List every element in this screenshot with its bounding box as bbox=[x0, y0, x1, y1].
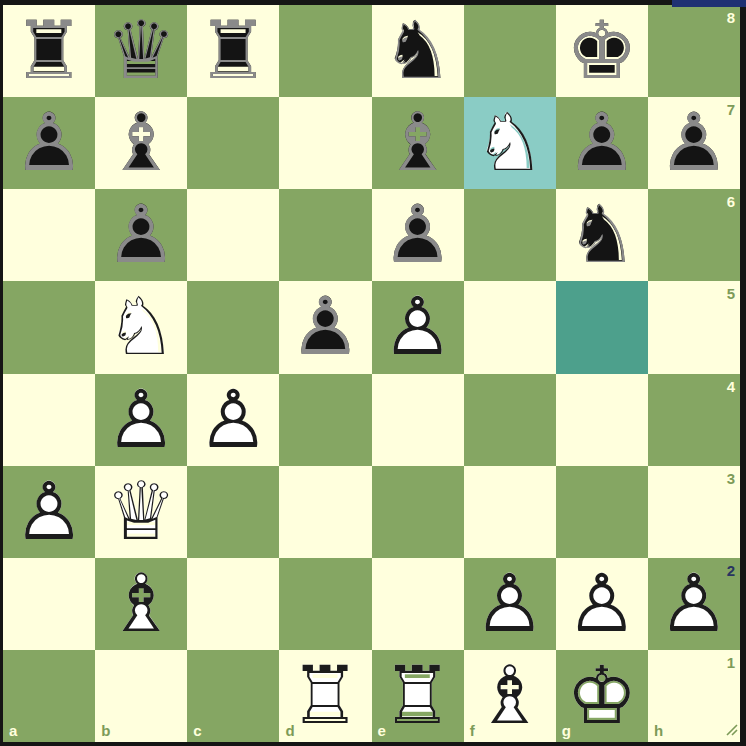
piece-white-pawn[interactable]: ♟♙ bbox=[187, 374, 279, 466]
piece-detail-glyph: ♘ bbox=[464, 97, 556, 189]
square-b1[interactable]: b bbox=[95, 650, 187, 742]
square-e6[interactable]: ♟♙ bbox=[372, 189, 464, 281]
square-b2[interactable]: ♝♗ bbox=[95, 558, 187, 650]
square-c2[interactable] bbox=[187, 558, 279, 650]
coord-rank-3: 3 bbox=[727, 471, 735, 486]
coord-rank-5: 5 bbox=[727, 286, 735, 301]
square-e4[interactable] bbox=[372, 374, 464, 466]
coord-file-b: b bbox=[101, 723, 110, 738]
square-c8[interactable]: ♜♖ bbox=[187, 5, 279, 97]
square-a7[interactable]: ♟♙ bbox=[3, 97, 95, 189]
piece-black-pawn[interactable]: ♟♙ bbox=[648, 97, 740, 189]
square-g2[interactable]: ♟♙ bbox=[556, 558, 648, 650]
piece-detail-glyph: ♙ bbox=[648, 558, 740, 650]
piece-detail-glyph: ♙ bbox=[187, 374, 279, 466]
coord-file-c: c bbox=[193, 723, 201, 738]
piece-detail-glyph: ♗ bbox=[95, 558, 187, 650]
square-f7[interactable]: ♞♘ bbox=[464, 97, 556, 189]
piece-black-pawn[interactable]: ♟♙ bbox=[3, 97, 95, 189]
piece-white-pawn[interactable]: ♟♙ bbox=[648, 558, 740, 650]
piece-detail-glyph: ♖ bbox=[187, 5, 279, 97]
piece-white-rook[interactable]: ♜♖ bbox=[279, 650, 371, 742]
square-b5[interactable]: ♞♘ bbox=[95, 281, 187, 373]
piece-detail-glyph: ♗ bbox=[464, 650, 556, 742]
piece-white-pawn[interactable]: ♟♙ bbox=[3, 466, 95, 558]
square-h5[interactable]: 5 bbox=[648, 281, 740, 373]
piece-detail-glyph: ♘ bbox=[95, 281, 187, 373]
square-b6[interactable]: ♟♙ bbox=[95, 189, 187, 281]
square-g5[interactable] bbox=[556, 281, 648, 373]
piece-black-pawn[interactable]: ♟♙ bbox=[95, 189, 187, 281]
square-g7[interactable]: ♟♙ bbox=[556, 97, 648, 189]
piece-black-rook[interactable]: ♜♖ bbox=[187, 5, 279, 97]
square-e3[interactable] bbox=[372, 466, 464, 558]
square-a3[interactable]: ♟♙ bbox=[3, 466, 95, 558]
square-a8[interactable]: ♜♖ bbox=[3, 5, 95, 97]
coord-file-h: h bbox=[654, 723, 663, 738]
square-a5[interactable] bbox=[3, 281, 95, 373]
square-h1[interactable]: 1h bbox=[648, 650, 740, 742]
piece-detail-glyph: ♘ bbox=[372, 5, 464, 97]
square-b8[interactable]: ♛♕ bbox=[95, 5, 187, 97]
resize-grip-icon[interactable] bbox=[724, 722, 738, 740]
square-e1[interactable]: ♜♖e bbox=[372, 650, 464, 742]
square-e8[interactable]: ♞♘ bbox=[372, 5, 464, 97]
square-d6[interactable] bbox=[279, 189, 371, 281]
square-f1[interactable]: ♝♗f bbox=[464, 650, 556, 742]
piece-black-bishop[interactable]: ♝♗ bbox=[95, 97, 187, 189]
square-f8[interactable] bbox=[464, 5, 556, 97]
square-g6[interactable]: ♞♘ bbox=[556, 189, 648, 281]
piece-detail-glyph: ♙ bbox=[648, 97, 740, 189]
square-b7[interactable]: ♝♗ bbox=[95, 97, 187, 189]
piece-detail-glyph: ♗ bbox=[95, 97, 187, 189]
square-c7[interactable] bbox=[187, 97, 279, 189]
square-c5[interactable] bbox=[187, 281, 279, 373]
square-a2[interactable] bbox=[3, 558, 95, 650]
piece-detail-glyph: ♕ bbox=[95, 5, 187, 97]
piece-white-king[interactable]: ♚♔ bbox=[556, 650, 648, 742]
piece-detail-glyph: ♕ bbox=[95, 466, 187, 558]
square-h4[interactable]: 4 bbox=[648, 374, 740, 466]
coord-rank-1: 1 bbox=[727, 655, 735, 670]
square-e5[interactable]: ♟♙ bbox=[372, 281, 464, 373]
piece-detail-glyph: ♙ bbox=[464, 558, 556, 650]
square-h6[interactable]: 6 bbox=[648, 189, 740, 281]
square-e2[interactable] bbox=[372, 558, 464, 650]
chess-board: ♜♖♛♕♜♖♞♘♚♔8♟♙♝♗♝♗♞♘♟♙♟♙7♟♙♟♙♞♘6♞♘♟♙♟♙5♟♙… bbox=[3, 5, 740, 742]
piece-detail-glyph: ♙ bbox=[372, 189, 464, 281]
coord-rank-6: 6 bbox=[727, 194, 735, 209]
piece-detail-glyph: ♗ bbox=[372, 97, 464, 189]
square-h7[interactable]: ♟♙7 bbox=[648, 97, 740, 189]
square-g8[interactable]: ♚♔ bbox=[556, 5, 648, 97]
chess-board-window: ♜♖♛♕♜♖♞♘♚♔8♟♙♝♗♝♗♞♘♟♙♟♙7♟♙♟♙♞♘6♞♘♟♙♟♙5♟♙… bbox=[0, 0, 746, 746]
square-h8[interactable]: 8 bbox=[648, 5, 740, 97]
piece-white-knight[interactable]: ♞♘ bbox=[95, 281, 187, 373]
piece-white-rook[interactable]: ♜♖ bbox=[372, 650, 464, 742]
piece-black-king[interactable]: ♚♔ bbox=[556, 5, 648, 97]
piece-white-pawn[interactable]: ♟♙ bbox=[95, 374, 187, 466]
piece-black-knight[interactable]: ♞♘ bbox=[372, 5, 464, 97]
piece-detail-glyph: ♙ bbox=[95, 374, 187, 466]
square-g4[interactable] bbox=[556, 374, 648, 466]
square-e7[interactable]: ♝♗ bbox=[372, 97, 464, 189]
square-f3[interactable] bbox=[464, 466, 556, 558]
piece-detail-glyph: ♖ bbox=[279, 650, 371, 742]
square-b3[interactable]: ♛♕ bbox=[95, 466, 187, 558]
square-d7[interactable] bbox=[279, 97, 371, 189]
square-d2[interactable] bbox=[279, 558, 371, 650]
piece-detail-glyph: ♙ bbox=[3, 466, 95, 558]
square-g1[interactable]: ♚♔g bbox=[556, 650, 648, 742]
square-f2[interactable]: ♟♙ bbox=[464, 558, 556, 650]
piece-black-queen[interactable]: ♛♕ bbox=[95, 5, 187, 97]
piece-detail-glyph: ♙ bbox=[279, 281, 371, 373]
piece-detail-glyph: ♖ bbox=[3, 5, 95, 97]
coord-rank-8: 8 bbox=[727, 10, 735, 25]
square-h3[interactable]: 3 bbox=[648, 466, 740, 558]
square-c4[interactable]: ♟♙ bbox=[187, 374, 279, 466]
square-c6[interactable] bbox=[187, 189, 279, 281]
piece-white-pawn[interactable]: ♟♙ bbox=[556, 558, 648, 650]
coord-rank-4: 4 bbox=[727, 379, 735, 394]
accent-bar bbox=[672, 0, 746, 7]
square-f4[interactable] bbox=[464, 374, 556, 466]
piece-black-bishop[interactable]: ♝♗ bbox=[372, 97, 464, 189]
square-h2[interactable]: ♟♙2 bbox=[648, 558, 740, 650]
piece-detail-glyph: ♖ bbox=[372, 650, 464, 742]
square-d8[interactable] bbox=[279, 5, 371, 97]
piece-white-queen[interactable]: ♛♕ bbox=[95, 466, 187, 558]
piece-white-pawn[interactable]: ♟♙ bbox=[372, 281, 464, 373]
piece-detail-glyph: ♔ bbox=[556, 650, 648, 742]
piece-black-pawn[interactable]: ♟♙ bbox=[279, 281, 371, 373]
piece-black-pawn[interactable]: ♟♙ bbox=[372, 189, 464, 281]
square-g3[interactable] bbox=[556, 466, 648, 558]
square-d4[interactable] bbox=[279, 374, 371, 466]
square-a6[interactable] bbox=[3, 189, 95, 281]
piece-detail-glyph: ♙ bbox=[556, 97, 648, 189]
piece-detail-glyph: ♙ bbox=[556, 558, 648, 650]
piece-white-pawn[interactable]: ♟♙ bbox=[464, 558, 556, 650]
piece-white-knight[interactable]: ♞♘ bbox=[464, 97, 556, 189]
piece-black-rook[interactable]: ♜♖ bbox=[3, 5, 95, 97]
square-f6[interactable] bbox=[464, 189, 556, 281]
piece-white-bishop[interactable]: ♝♗ bbox=[464, 650, 556, 742]
square-d1[interactable]: ♜♖d bbox=[279, 650, 371, 742]
square-c1[interactable]: c bbox=[187, 650, 279, 742]
piece-white-bishop[interactable]: ♝♗ bbox=[95, 558, 187, 650]
piece-detail-glyph: ♔ bbox=[556, 5, 648, 97]
square-c3[interactable] bbox=[187, 466, 279, 558]
coord-file-a: a bbox=[9, 723, 17, 738]
square-d5[interactable]: ♟♙ bbox=[279, 281, 371, 373]
square-f5[interactable] bbox=[464, 281, 556, 373]
square-a1[interactable]: a bbox=[3, 650, 95, 742]
piece-detail-glyph: ♙ bbox=[95, 189, 187, 281]
square-a4[interactable] bbox=[3, 374, 95, 466]
square-d3[interactable] bbox=[279, 466, 371, 558]
piece-black-pawn[interactable]: ♟♙ bbox=[556, 97, 648, 189]
piece-detail-glyph: ♙ bbox=[3, 97, 95, 189]
piece-detail-glyph: ♘ bbox=[556, 189, 648, 281]
piece-detail-glyph: ♙ bbox=[372, 281, 464, 373]
piece-black-knight[interactable]: ♞♘ bbox=[556, 189, 648, 281]
square-b4[interactable]: ♟♙ bbox=[95, 374, 187, 466]
